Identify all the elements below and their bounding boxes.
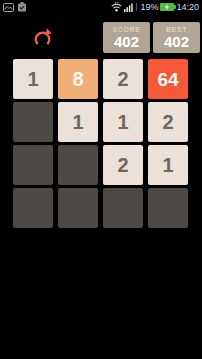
clock: 14:20 — [176, 2, 199, 12]
phone-screen: { "game": "2048 (variant with 1-tiles, 4… — [0, 0, 202, 359]
empty-cell-r4c2 — [58, 188, 98, 228]
wifi-icon — [111, 2, 122, 12]
clipboard-icon — [17, 2, 27, 12]
status-bar: 19% 14:20 — [0, 0, 202, 14]
best-box: BEST 402 — [153, 22, 200, 53]
game-board[interactable]: 1826411221 — [13, 59, 188, 228]
status-divider — [136, 3, 137, 11]
empty-cell-r3c2 — [58, 145, 98, 185]
score-box: SCORE 402 — [103, 22, 150, 53]
signal-bars-icon — [124, 3, 133, 12]
tile-2-r2c4: 2 — [148, 102, 188, 142]
tile-2-r3c3: 2 — [103, 145, 143, 185]
empty-cell-r3c1 — [13, 145, 53, 185]
empty-cell-r4c1 — [13, 188, 53, 228]
game-header: SCORE 402 BEST 402 — [0, 22, 202, 53]
restart-button[interactable] — [31, 25, 54, 51]
empty-cell-r2c1 — [13, 102, 53, 142]
empty-cell-r4c4 — [148, 188, 188, 228]
score-value: 402 — [114, 34, 139, 50]
tile-1-r2c3: 1 — [103, 102, 143, 142]
battery-percent: 19% — [140, 2, 158, 12]
tile-1-r3c4: 1 — [148, 145, 188, 185]
battery-charge-glyph — [164, 4, 170, 10]
battery-icon — [160, 3, 174, 11]
score-panel: SCORE 402 BEST 402 — [103, 22, 200, 53]
tile-64-r1c4: 64 — [148, 59, 188, 99]
tile-1-r2c2: 1 — [58, 102, 98, 142]
notification-icons — [3, 2, 27, 12]
tile-1-r1c1: 1 — [13, 59, 53, 99]
empty-cell-r4c3 — [103, 188, 143, 228]
best-value: 402 — [164, 34, 189, 50]
tile-2-r1c3: 2 — [103, 59, 143, 99]
image-icon — [3, 3, 14, 12]
tile-8-r1c2: 8 — [58, 59, 98, 99]
restart-icon — [31, 25, 54, 51]
